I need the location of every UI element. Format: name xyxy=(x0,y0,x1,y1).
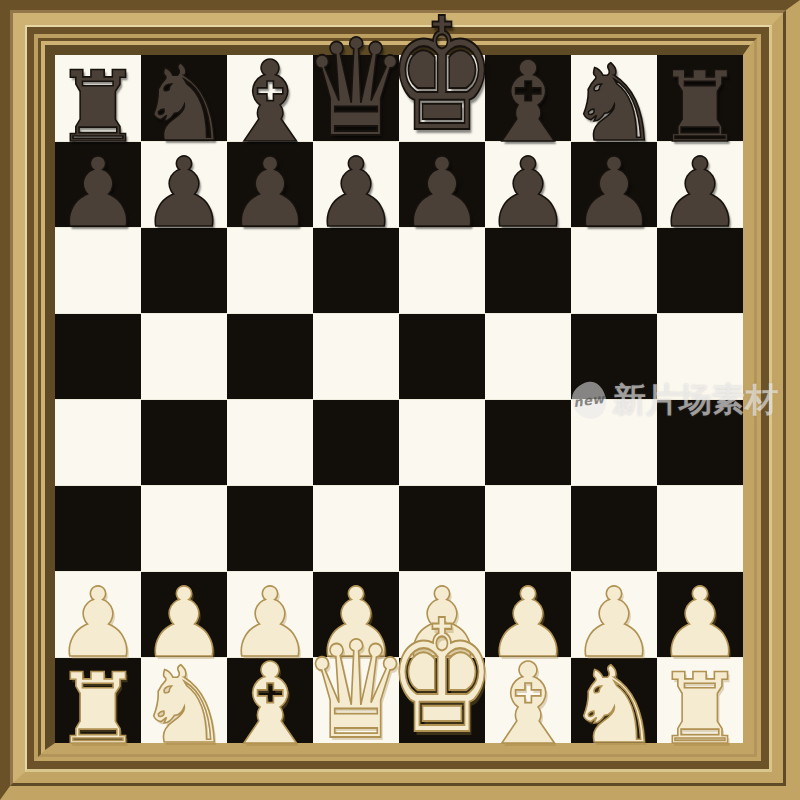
square-b5[interactable] xyxy=(141,313,227,399)
chess-board: ♜♞♝♛♚♝♞♜♟♟♟♟♟♟♟♟♟♟♟♟♟♟♟♟♜♞♝♛♚♝♞♜ xyxy=(55,55,743,743)
frame-band-6: ♜♞♝♛♚♝♞♜♟♟♟♟♟♟♟♟♟♟♟♟♟♟♟♟♜♞♝♛♚♝♞♜ xyxy=(34,34,761,761)
square-e5[interactable] xyxy=(399,313,485,399)
piece-white-bishop[interactable]: ♝ xyxy=(478,648,578,760)
square-f8[interactable]: ♝ xyxy=(485,55,571,141)
square-b1[interactable]: ♞ xyxy=(141,657,227,743)
square-a3[interactable] xyxy=(55,485,141,571)
square-f3[interactable] xyxy=(485,485,571,571)
square-b8[interactable]: ♞ xyxy=(141,55,227,141)
frame-band-2: ♜♞♝♛♚♝♞♜♟♟♟♟♟♟♟♟♟♟♟♟♟♟♟♟♜♞♝♛♚♝♞♜ xyxy=(10,10,786,786)
piece-white-rook[interactable]: ♜ xyxy=(656,660,744,758)
square-c7[interactable]: ♟ xyxy=(227,141,313,227)
square-h7[interactable]: ♟ xyxy=(657,141,743,227)
square-g4[interactable] xyxy=(571,399,657,485)
square-d8[interactable]: ♛ xyxy=(313,55,399,141)
square-b4[interactable] xyxy=(141,399,227,485)
piece-black-pawn[interactable]: ♟ xyxy=(657,145,743,241)
square-c8[interactable]: ♝ xyxy=(227,55,313,141)
chess-illustration: ♜♞♝♛♚♝♞♜♟♟♟♟♟♟♟♟♟♟♟♟♟♟♟♟♜♞♝♛♚♝♞♜ new 新片场… xyxy=(0,0,800,800)
square-a4[interactable] xyxy=(55,399,141,485)
square-h4[interactable] xyxy=(657,399,743,485)
square-d1[interactable]: ♛ xyxy=(313,657,399,743)
square-c1[interactable]: ♝ xyxy=(227,657,313,743)
square-e4[interactable] xyxy=(399,399,485,485)
square-h5[interactable] xyxy=(657,313,743,399)
square-a1[interactable]: ♜ xyxy=(55,657,141,743)
piece-black-pawn[interactable]: ♟ xyxy=(141,145,227,241)
square-d7[interactable]: ♟ xyxy=(313,141,399,227)
square-d4[interactable] xyxy=(313,399,399,485)
piece-white-rook[interactable]: ♜ xyxy=(54,660,142,758)
square-a8[interactable]: ♜ xyxy=(55,55,141,141)
square-e7[interactable]: ♟ xyxy=(399,141,485,227)
piece-white-knight[interactable]: ♞ xyxy=(136,653,231,759)
square-h1[interactable]: ♜ xyxy=(657,657,743,743)
square-a2[interactable]: ♟ xyxy=(55,571,141,657)
square-f4[interactable] xyxy=(485,399,571,485)
square-a7[interactable]: ♟ xyxy=(55,141,141,227)
square-b7[interactable]: ♟ xyxy=(141,141,227,227)
square-f7[interactable]: ♟ xyxy=(485,141,571,227)
frame-band-7: ♜♞♝♛♚♝♞♜♟♟♟♟♟♟♟♟♟♟♟♟♟♟♟♟♜♞♝♛♚♝♞♜ xyxy=(38,38,757,757)
square-c4[interactable] xyxy=(227,399,313,485)
piece-black-pawn[interactable]: ♟ xyxy=(571,145,657,241)
square-h8[interactable]: ♜ xyxy=(657,55,743,141)
square-c5[interactable] xyxy=(227,313,313,399)
square-f1[interactable]: ♝ xyxy=(485,657,571,743)
frame-band-5: ♜♞♝♛♚♝♞♜♟♟♟♟♟♟♟♟♟♟♟♟♟♟♟♟♜♞♝♛♚♝♞♜ xyxy=(27,27,769,769)
piece-black-pawn[interactable]: ♟ xyxy=(55,145,141,241)
square-h3[interactable] xyxy=(657,485,743,571)
frame-band-4: ♜♞♝♛♚♝♞♜♟♟♟♟♟♟♟♟♟♟♟♟♟♟♟♟♜♞♝♛♚♝♞♜ xyxy=(25,25,772,772)
square-g3[interactable] xyxy=(571,485,657,571)
piece-black-pawn[interactable]: ♟ xyxy=(227,145,313,241)
frame-band-3: ♜♞♝♛♚♝♞♜♟♟♟♟♟♟♟♟♟♟♟♟♟♟♟♟♜♞♝♛♚♝♞♜ xyxy=(13,13,783,783)
square-d5[interactable] xyxy=(313,313,399,399)
frame-band-9: ♜♞♝♛♚♝♞♜♟♟♟♟♟♟♟♟♟♟♟♟♟♟♟♟♜♞♝♛♚♝♞♜ xyxy=(45,45,750,750)
frame-band-8: ♜♞♝♛♚♝♞♜♟♟♟♟♟♟♟♟♟♟♟♟♟♟♟♟♜♞♝♛♚♝♞♜ xyxy=(41,41,754,754)
square-g8[interactable]: ♞ xyxy=(571,55,657,141)
piece-black-pawn[interactable]: ♟ xyxy=(313,145,399,241)
square-f5[interactable] xyxy=(485,313,571,399)
square-e8[interactable]: ♚ xyxy=(399,55,485,141)
frame-band-1: ♜♞♝♛♚♝♞♜♟♟♟♟♟♟♟♟♟♟♟♟♟♟♟♟♜♞♝♛♚♝♞♜ xyxy=(0,0,800,800)
square-g7[interactable]: ♟ xyxy=(571,141,657,227)
piece-black-pawn[interactable]: ♟ xyxy=(399,145,485,241)
square-e3[interactable] xyxy=(399,485,485,571)
piece-white-knight[interactable]: ♞ xyxy=(566,653,661,759)
square-d3[interactable] xyxy=(313,485,399,571)
square-g5[interactable] xyxy=(571,313,657,399)
square-h2[interactable]: ♟ xyxy=(657,571,743,657)
square-b3[interactable] xyxy=(141,485,227,571)
piece-black-pawn[interactable]: ♟ xyxy=(485,145,571,241)
square-c3[interactable] xyxy=(227,485,313,571)
square-g1[interactable]: ♞ xyxy=(571,657,657,743)
square-e1[interactable]: ♚ xyxy=(399,657,485,743)
square-a5[interactable] xyxy=(55,313,141,399)
